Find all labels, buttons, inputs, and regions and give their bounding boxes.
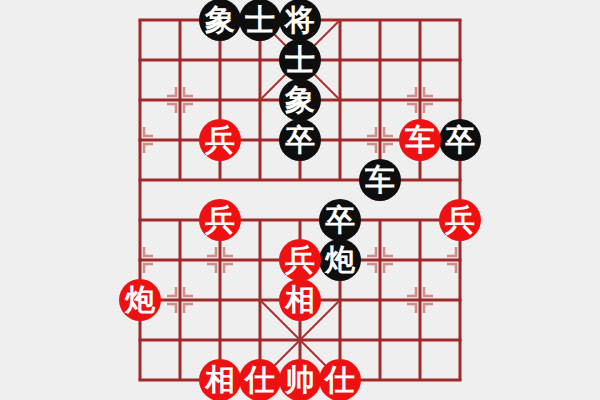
red-soldier[interactable]: 兵 — [439, 199, 481, 241]
red-cannon[interactable]: 炮 — [119, 279, 161, 321]
black-soldier[interactable]: 卒 — [439, 119, 481, 161]
black-soldier[interactable]: 卒 — [319, 199, 361, 241]
xiangqi-app: 象士将士象卒卒车卒炮兵车兵兵兵炮相相仕帅仕 — [0, 0, 600, 400]
black-advisor[interactable]: 士 — [239, 0, 281, 41]
red-soldier[interactable]: 兵 — [199, 119, 241, 161]
black-general[interactable]: 将 — [279, 0, 321, 41]
xiangqi-board: 象士将士象卒卒车卒炮兵车兵兵兵炮相相仕帅仕 — [0, 0, 600, 400]
red-advisor[interactable]: 仕 — [319, 359, 361, 400]
black-chariot[interactable]: 车 — [359, 159, 401, 201]
red-elephant[interactable]: 相 — [279, 279, 321, 321]
red-soldier[interactable]: 兵 — [199, 199, 241, 241]
red-elephant[interactable]: 相 — [199, 359, 241, 400]
black-soldier[interactable]: 卒 — [279, 119, 321, 161]
red-advisor[interactable]: 仕 — [239, 359, 281, 400]
pieces-layer: 象士将士象卒卒车卒炮兵车兵兵兵炮相相仕帅仕 — [0, 0, 600, 400]
black-elephant[interactable]: 象 — [199, 0, 241, 41]
red-soldier[interactable]: 兵 — [279, 239, 321, 281]
red-chariot[interactable]: 车 — [399, 119, 441, 161]
black-cannon[interactable]: 炮 — [319, 239, 361, 281]
black-advisor[interactable]: 士 — [279, 39, 321, 81]
red-general[interactable]: 帅 — [279, 359, 321, 400]
black-elephant[interactable]: 象 — [279, 79, 321, 121]
